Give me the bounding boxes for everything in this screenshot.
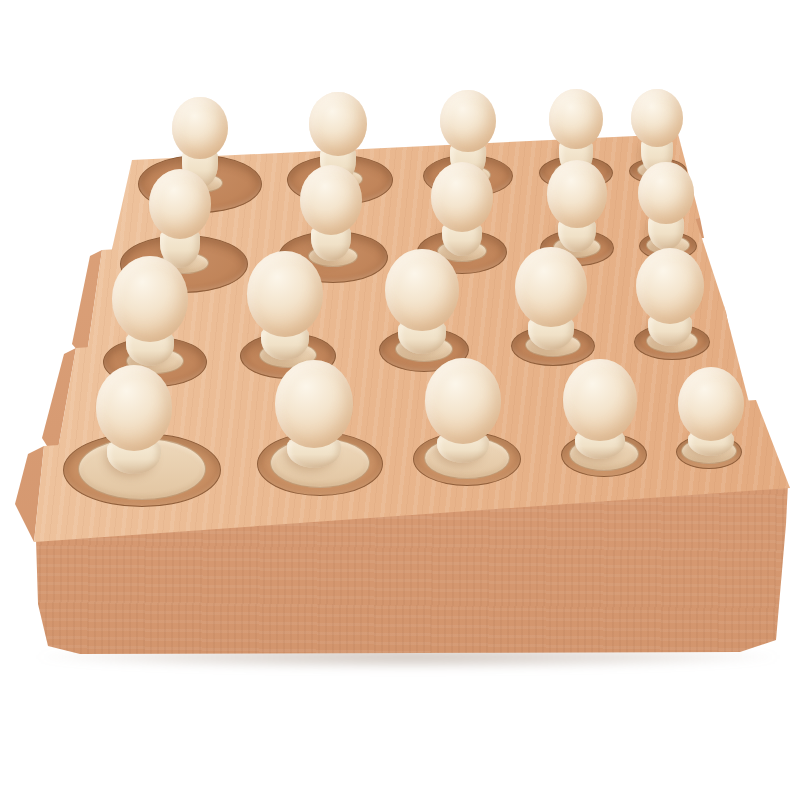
knob-r2c2[interactable] [300,165,362,234]
knob-r3c4[interactable] [515,247,587,328]
knob-r4c4[interactable] [563,359,637,442]
knob-r1c1[interactable] [172,97,228,160]
knob-r3c3[interactable] [385,249,459,332]
knob-r4c2[interactable] [275,360,353,447]
knob-r4c3[interactable] [425,358,501,443]
knob-r3c5[interactable] [636,248,704,324]
knob-r1c3[interactable] [440,90,496,153]
knob-r2c5[interactable] [638,162,694,225]
knob-r1c4[interactable] [549,89,603,149]
knob-r1c2[interactable] [309,92,367,157]
knob-r3c2[interactable] [247,251,323,336]
montessori-cylinder-blocks-photo [0,0,800,800]
knob-r2c4[interactable] [547,160,607,227]
knob-r2c3[interactable] [431,162,493,231]
knob-r4c1[interactable] [96,365,172,450]
knob-r2c1[interactable] [149,169,211,238]
knob-r4c5[interactable] [678,367,744,441]
knob-r3c1[interactable] [112,256,188,341]
knob-r1c5[interactable] [631,89,683,147]
